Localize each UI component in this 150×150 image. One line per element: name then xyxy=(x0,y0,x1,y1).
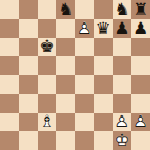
square-f6[interactable] xyxy=(94,38,113,57)
square-c5[interactable] xyxy=(38,56,57,75)
white-bishop-outline-glyph: ♗ xyxy=(38,113,57,132)
square-h2[interactable]: ♟♙ xyxy=(131,113,150,132)
square-d8[interactable]: ♞ xyxy=(56,0,75,19)
square-d5[interactable] xyxy=(56,56,75,75)
square-c8[interactable] xyxy=(38,0,57,19)
square-g7[interactable]: ♟ xyxy=(113,19,132,38)
square-e1[interactable] xyxy=(75,131,94,150)
square-f3[interactable] xyxy=(94,94,113,113)
square-a5[interactable] xyxy=(0,56,19,75)
square-f5[interactable] xyxy=(94,56,113,75)
square-h6[interactable] xyxy=(131,38,150,57)
square-c7[interactable] xyxy=(38,19,57,38)
square-h8[interactable]: ♜ xyxy=(131,0,150,19)
white-king[interactable]: ♚♔ xyxy=(113,131,132,150)
chess-board: ♞♞♜♟♙♛♟♟♚♝♗♟♙♟♙♚♔ xyxy=(0,0,150,150)
square-b1[interactable] xyxy=(19,131,38,150)
square-h4[interactable] xyxy=(131,75,150,94)
black-rook-glyph: ♜ xyxy=(131,0,150,19)
square-d4[interactable] xyxy=(56,75,75,94)
square-c3[interactable] xyxy=(38,94,57,113)
square-b4[interactable] xyxy=(19,75,38,94)
black-pawn[interactable]: ♟ xyxy=(113,19,132,38)
square-c2[interactable]: ♝♗ xyxy=(38,113,57,132)
black-pawn-glyph: ♟ xyxy=(113,19,132,38)
black-knight-glyph: ♞ xyxy=(113,0,132,19)
square-b6[interactable] xyxy=(19,38,38,57)
square-g1[interactable]: ♚♔ xyxy=(113,131,132,150)
white-bishop[interactable]: ♝♗ xyxy=(38,113,57,132)
square-b8[interactable] xyxy=(19,0,38,19)
square-g2[interactable]: ♟♙ xyxy=(113,113,132,132)
white-pawn-outline-glyph: ♙ xyxy=(75,19,94,38)
square-e7[interactable]: ♟♙ xyxy=(75,19,94,38)
square-h7[interactable]: ♟ xyxy=(131,19,150,38)
square-d6[interactable] xyxy=(56,38,75,57)
square-b3[interactable] xyxy=(19,94,38,113)
square-h1[interactable] xyxy=(131,131,150,150)
square-g8[interactable]: ♞ xyxy=(113,0,132,19)
square-b2[interactable] xyxy=(19,113,38,132)
square-c6[interactable]: ♚ xyxy=(38,38,57,57)
square-e4[interactable] xyxy=(75,75,94,94)
square-f1[interactable] xyxy=(94,131,113,150)
black-king-glyph: ♚ xyxy=(38,38,57,57)
square-b7[interactable] xyxy=(19,19,38,38)
square-e5[interactable] xyxy=(75,56,94,75)
square-e2[interactable] xyxy=(75,113,94,132)
square-g4[interactable] xyxy=(113,75,132,94)
square-a2[interactable] xyxy=(0,113,19,132)
square-g5[interactable] xyxy=(113,56,132,75)
white-pawn[interactable]: ♟♙ xyxy=(131,113,150,132)
white-king-outline-glyph: ♔ xyxy=(113,131,132,150)
square-c4[interactable] xyxy=(38,75,57,94)
white-pawn-outline-glyph: ♙ xyxy=(131,113,150,132)
square-g6[interactable] xyxy=(113,38,132,57)
square-d1[interactable] xyxy=(56,131,75,150)
square-d3[interactable] xyxy=(56,94,75,113)
square-f4[interactable] xyxy=(94,75,113,94)
square-a3[interactable] xyxy=(0,94,19,113)
square-e3[interactable] xyxy=(75,94,94,113)
square-c1[interactable] xyxy=(38,131,57,150)
black-queen-glyph: ♛ xyxy=(94,19,113,38)
black-king[interactable]: ♚ xyxy=(38,38,57,57)
black-pawn[interactable]: ♟ xyxy=(131,19,150,38)
black-knight[interactable]: ♞ xyxy=(113,0,132,19)
square-e6[interactable] xyxy=(75,38,94,57)
black-knight-glyph: ♞ xyxy=(56,0,75,19)
square-h5[interactable] xyxy=(131,56,150,75)
white-pawn-outline-glyph: ♙ xyxy=(113,113,132,132)
square-a7[interactable] xyxy=(0,19,19,38)
square-a1[interactable] xyxy=(0,131,19,150)
square-b5[interactable] xyxy=(19,56,38,75)
square-d2[interactable] xyxy=(56,113,75,132)
white-pawn[interactable]: ♟♙ xyxy=(113,113,132,132)
square-e8[interactable] xyxy=(75,0,94,19)
square-h3[interactable] xyxy=(131,94,150,113)
black-pawn-glyph: ♟ xyxy=(131,19,150,38)
square-f2[interactable] xyxy=(94,113,113,132)
white-pawn[interactable]: ♟♙ xyxy=(75,19,94,38)
square-f7[interactable]: ♛ xyxy=(94,19,113,38)
square-a4[interactable] xyxy=(0,75,19,94)
square-f8[interactable] xyxy=(94,0,113,19)
square-g3[interactable] xyxy=(113,94,132,113)
black-rook[interactable]: ♜ xyxy=(131,0,150,19)
black-knight[interactable]: ♞ xyxy=(56,0,75,19)
square-a6[interactable] xyxy=(0,38,19,57)
black-queen[interactable]: ♛ xyxy=(94,19,113,38)
square-d7[interactable] xyxy=(56,19,75,38)
square-a8[interactable] xyxy=(0,0,19,19)
